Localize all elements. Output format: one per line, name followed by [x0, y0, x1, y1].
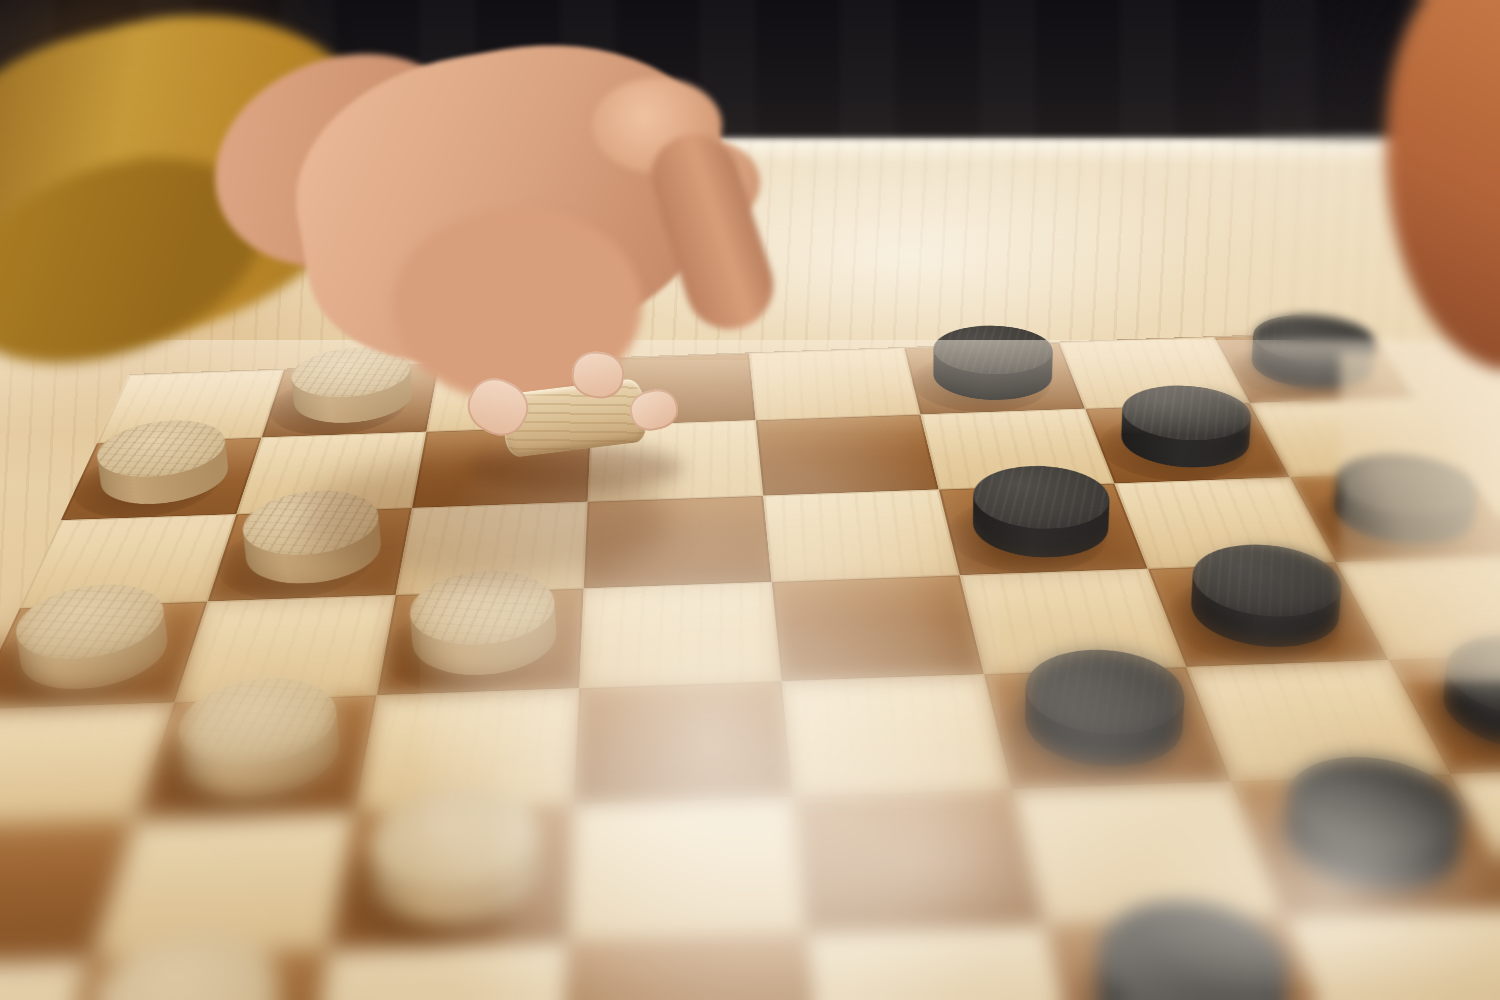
- square-b4[interactable]: [136, 695, 377, 820]
- window-glare-bottom-right: [1130, 770, 1500, 1000]
- square-a5[interactable]: [0, 602, 208, 710]
- checker-light-a5[interactable]: [5, 614, 179, 694]
- checker-light-a7[interactable]: [89, 447, 237, 509]
- square-a2[interactable]: [0, 958, 90, 1000]
- square-a7[interactable]: [61, 438, 262, 521]
- photo-scene: [0, 0, 1500, 1000]
- checker-light-b4[interactable]: [170, 710, 347, 803]
- checker-light-b2[interactable]: [77, 970, 293, 1000]
